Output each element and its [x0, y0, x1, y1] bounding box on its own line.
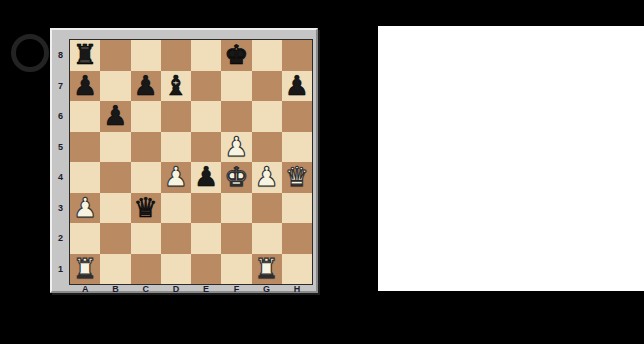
square-b2[interactable] [100, 223, 130, 254]
white-king-f4[interactable]: ♚ [224, 162, 248, 192]
square-f4[interactable]: ♚ [221, 162, 251, 193]
square-a7[interactable]: ♟ [70, 71, 100, 102]
file-label-f: F [221, 284, 251, 295]
square-f7[interactable] [221, 71, 251, 102]
black-pawn-b6[interactable]: ♟ [103, 101, 127, 131]
square-f1[interactable] [221, 254, 251, 285]
square-g1[interactable]: ♜ [252, 254, 282, 285]
square-d8[interactable] [161, 40, 191, 71]
square-b7[interactable] [100, 71, 130, 102]
square-d1[interactable] [161, 254, 191, 285]
square-f2[interactable] [221, 223, 251, 254]
file-label-a: A [70, 284, 100, 295]
square-e4[interactable]: ♟ [191, 162, 221, 193]
square-d3[interactable] [161, 193, 191, 224]
square-b6[interactable]: ♟ [100, 101, 130, 132]
rank-label-4: 4 [52, 162, 69, 193]
black-king-f8[interactable]: ♚ [224, 40, 248, 70]
square-h7[interactable]: ♟ [282, 71, 312, 102]
square-g5[interactable] [252, 132, 282, 163]
square-a6[interactable] [70, 101, 100, 132]
square-h1[interactable] [282, 254, 312, 285]
square-a8[interactable]: ♜ [70, 40, 100, 71]
white-pawn-g4[interactable]: ♟ [255, 162, 279, 192]
square-h5[interactable] [282, 132, 312, 163]
rank-label-6: 6 [52, 101, 69, 132]
white-pawn-f5[interactable]: ♟ [224, 132, 248, 162]
square-c7[interactable]: ♟ [131, 71, 161, 102]
square-g4[interactable]: ♟ [252, 162, 282, 193]
square-a1[interactable]: ♜ [70, 254, 100, 285]
square-c8[interactable] [131, 40, 161, 71]
rank-label-1: 1 [52, 254, 69, 285]
file-label-c: C [131, 284, 161, 295]
square-h3[interactable] [282, 193, 312, 224]
square-d6[interactable] [161, 101, 191, 132]
black-pawn-a7[interactable]: ♟ [73, 71, 97, 101]
square-h4[interactable]: ♛ [282, 162, 312, 193]
square-d5[interactable] [161, 132, 191, 163]
black-queen-c3[interactable]: ♛ [134, 193, 158, 223]
square-g6[interactable] [252, 101, 282, 132]
square-e3[interactable] [191, 193, 221, 224]
file-label-h: H [282, 284, 312, 295]
white-queen-h4[interactable]: ♛ [285, 162, 309, 192]
square-a2[interactable] [70, 223, 100, 254]
black-pawn-h7[interactable]: ♟ [285, 71, 309, 101]
square-a3[interactable]: ♟ [70, 193, 100, 224]
file-label-d: D [161, 284, 191, 295]
square-b1[interactable] [100, 254, 130, 285]
square-g3[interactable] [252, 193, 282, 224]
square-a5[interactable] [70, 132, 100, 163]
black-bishop-d7[interactable]: ♝ [164, 71, 188, 101]
file-label-e: E [191, 284, 221, 295]
rank-label-5: 5 [52, 132, 69, 163]
white-rook-a1[interactable]: ♜ [73, 254, 97, 284]
black-pawn-c7[interactable]: ♟ [134, 71, 158, 101]
rank-label-2: 2 [52, 223, 69, 254]
rank-label-3: 3 [52, 193, 69, 224]
square-c4[interactable] [131, 162, 161, 193]
square-c2[interactable] [131, 223, 161, 254]
square-f6[interactable] [221, 101, 251, 132]
square-e6[interactable] [191, 101, 221, 132]
square-h2[interactable] [282, 223, 312, 254]
square-e8[interactable] [191, 40, 221, 71]
answer-panel [378, 26, 644, 291]
square-e1[interactable] [191, 254, 221, 285]
white-pawn-d4[interactable]: ♟ [164, 162, 188, 192]
square-f5[interactable]: ♟ [221, 132, 251, 163]
square-h8[interactable] [282, 40, 312, 71]
square-g2[interactable] [252, 223, 282, 254]
square-c6[interactable] [131, 101, 161, 132]
file-labels: ABCDEFGH [70, 284, 312, 295]
file-label-b: B [100, 284, 130, 295]
square-e7[interactable] [191, 71, 221, 102]
square-g8[interactable] [252, 40, 282, 71]
square-c1[interactable] [131, 254, 161, 285]
square-b4[interactable] [100, 162, 130, 193]
square-f8[interactable]: ♚ [221, 40, 251, 71]
rank-labels: 87654321 [52, 40, 69, 284]
move-indicator-ring-icon [11, 34, 49, 72]
square-f3[interactable] [221, 193, 251, 224]
board-squares: ♜♚♟♟♝♟♟♟♟♟♚♟♛♟♛♜♜ [69, 39, 313, 285]
square-e5[interactable] [191, 132, 221, 163]
black-pawn-e4[interactable]: ♟ [194, 162, 218, 192]
square-d7[interactable]: ♝ [161, 71, 191, 102]
square-b5[interactable] [100, 132, 130, 163]
square-b3[interactable] [100, 193, 130, 224]
square-a4[interactable] [70, 162, 100, 193]
black-rook-a8[interactable]: ♜ [73, 40, 97, 70]
chess-board: 87654321 ♜♚♟♟♝♟♟♟♟♟♚♟♛♟♛♜♜ ABCDEFGH [50, 28, 318, 293]
rank-label-7: 7 [52, 71, 69, 102]
square-d4[interactable]: ♟ [161, 162, 191, 193]
square-e2[interactable] [191, 223, 221, 254]
square-g7[interactable] [252, 71, 282, 102]
square-c3[interactable]: ♛ [131, 193, 161, 224]
square-c5[interactable] [131, 132, 161, 163]
rank-label-8: 8 [52, 40, 69, 71]
square-h6[interactable] [282, 101, 312, 132]
square-b8[interactable] [100, 40, 130, 71]
white-pawn-a3[interactable]: ♟ [73, 193, 97, 223]
file-label-g: G [252, 284, 282, 295]
square-d2[interactable] [161, 223, 191, 254]
white-rook-g1[interactable]: ♜ [255, 254, 279, 284]
